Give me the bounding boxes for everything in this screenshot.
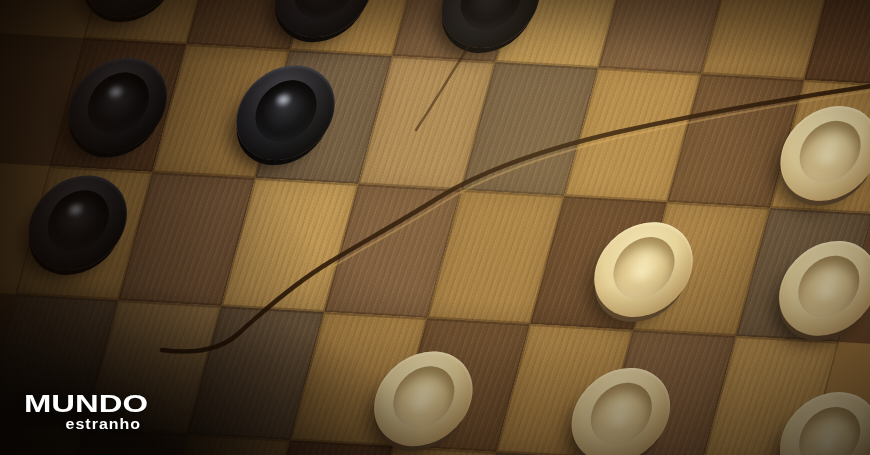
checker-recess bbox=[791, 254, 866, 318]
checker-recess bbox=[454, 0, 529, 31]
checkers-board bbox=[0, 0, 870, 455]
magazine-logo: MUNDO estranho bbox=[24, 391, 141, 433]
checker-recess bbox=[584, 381, 659, 445]
checker-gloss-highlight bbox=[65, 202, 87, 218]
cream-checker[interactable] bbox=[769, 389, 870, 455]
checker-recess bbox=[287, 0, 362, 20]
checker-recess bbox=[249, 79, 324, 143]
logo-estranho: estranho bbox=[24, 417, 141, 431]
photo-stage: MUNDO estranho bbox=[0, 0, 870, 455]
checker-recess bbox=[607, 236, 682, 300]
checker-recess bbox=[793, 120, 868, 184]
checker-recess bbox=[81, 71, 156, 135]
checker-recess bbox=[41, 189, 116, 253]
checker-gloss-highlight bbox=[105, 84, 127, 100]
logo-mundo: MUNDO bbox=[24, 391, 148, 416]
checker-recess bbox=[386, 365, 461, 429]
checker-gloss-highlight bbox=[273, 92, 295, 108]
checker-recess bbox=[792, 406, 867, 455]
